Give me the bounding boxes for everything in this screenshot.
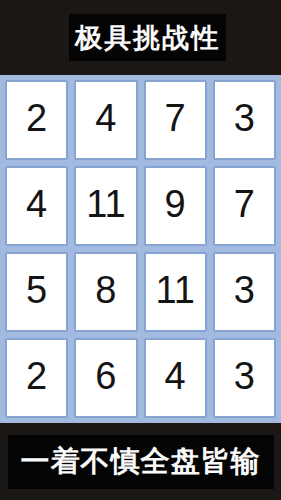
footer-caption: 一着不慎全盘皆输 [21, 442, 261, 482]
cell-r4c4[interactable]: 3 [213, 338, 276, 418]
cell-value: 11 [155, 271, 194, 309]
footer: 一着不慎全盘皆输 [0, 423, 281, 500]
cell-value: 6 [95, 357, 116, 395]
cell-r2c3[interactable]: 9 [144, 166, 207, 246]
cell-value: 3 [234, 99, 255, 137]
header: 极具挑战性 [0, 0, 281, 75]
cell-r4c1[interactable]: 2 [5, 338, 68, 418]
caption-box: 一着不慎全盘皆输 [8, 435, 274, 489]
cell-r4c2[interactable]: 6 [74, 338, 137, 418]
cell-value: 4 [26, 185, 47, 223]
app-frame: 极具挑战性 2 4 7 3 4 11 9 7 5 8 11 3 2 6 4 3 … [0, 0, 281, 500]
cell-r4c3[interactable]: 4 [144, 338, 207, 418]
cell-r3c4[interactable]: 3 [213, 252, 276, 332]
cell-r1c3[interactable]: 7 [144, 80, 207, 160]
cell-r3c3[interactable]: 11 [144, 252, 207, 332]
cell-r1c1[interactable]: 2 [5, 80, 68, 160]
cell-value: 4 [95, 99, 116, 137]
cell-value: 2 [26, 99, 47, 137]
cell-value: 7 [165, 99, 186, 137]
cell-value: 5 [26, 271, 47, 309]
cell-r1c4[interactable]: 3 [213, 80, 276, 160]
cell-r2c2[interactable]: 11 [74, 166, 137, 246]
cell-value: 11 [86, 185, 125, 223]
cell-r2c4[interactable]: 7 [213, 166, 276, 246]
cell-r1c2[interactable]: 4 [74, 80, 137, 160]
cell-value: 3 [234, 271, 255, 309]
title-box: 极具挑战性 [69, 14, 226, 61]
cell-value: 3 [234, 357, 255, 395]
cell-r2c1[interactable]: 4 [5, 166, 68, 246]
cell-value: 8 [95, 271, 116, 309]
cell-r3c1[interactable]: 5 [5, 252, 68, 332]
cell-value: 2 [26, 357, 47, 395]
cell-r3c2[interactable]: 8 [74, 252, 137, 332]
page-title: 极具挑战性 [75, 20, 220, 56]
cell-value: 9 [165, 185, 186, 223]
cell-value: 7 [234, 185, 255, 223]
cell-value: 4 [165, 357, 186, 395]
puzzle-board: 2 4 7 3 4 11 9 7 5 8 11 3 2 6 4 3 [0, 75, 281, 423]
